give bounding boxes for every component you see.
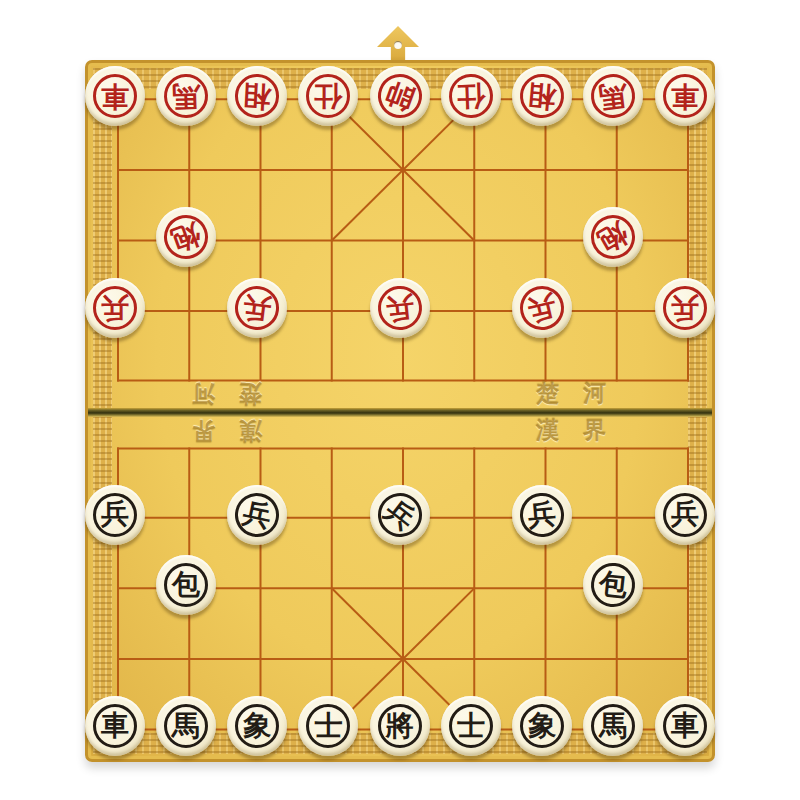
piece-glyph: 炮 <box>168 220 204 256</box>
piece-glyph: 將 <box>386 712 414 740</box>
piece-red-cannon[interactable]: 炮 <box>150 202 221 273</box>
piece-red-soldier[interactable]: 兵 <box>222 273 293 344</box>
piece-glyph: 士 <box>314 712 342 740</box>
piece-red-advisor[interactable]: 仕 <box>435 61 506 132</box>
piece-black-soldier[interactable]: 兵 <box>507 479 578 550</box>
piece-glyph: 馬 <box>172 712 200 740</box>
piece-glyph: 兵 <box>671 295 699 323</box>
piece-glyph: 兵 <box>380 495 419 534</box>
piece-glyph: 兵 <box>527 499 557 529</box>
piece-red-chariot[interactable]: 車 <box>79 61 150 132</box>
piece-red-horse[interactable]: 馬 <box>578 61 649 132</box>
piece-grid: 車馬相仕帥仕相馬車炮炮兵兵兵兵兵兵兵兵兵兵包包車馬象士將士象馬車 <box>79 61 721 762</box>
piece-red-soldier[interactable]: 兵 <box>79 273 150 344</box>
piece-red-chariot[interactable]: 車 <box>649 61 720 132</box>
piece-black-horse[interactable]: 馬 <box>150 691 221 762</box>
piece-glyph: 兵 <box>241 498 274 531</box>
piece-red-soldier[interactable]: 兵 <box>364 273 435 344</box>
piece-glyph: 馬 <box>598 81 629 112</box>
piece-black-advisor[interactable]: 士 <box>435 691 506 762</box>
piece-red-elephant[interactable]: 相 <box>222 61 293 132</box>
piece-glyph: 兵 <box>101 295 129 323</box>
piece-glyph: 馬 <box>171 82 200 111</box>
piece-black-general[interactable]: 將 <box>364 691 435 762</box>
piece-glyph: 象 <box>528 712 556 740</box>
piece-glyph: 象 <box>243 712 271 740</box>
piece-glyph: 兵 <box>671 500 699 528</box>
piece-glyph: 包 <box>172 571 200 599</box>
piece-red-cannon[interactable]: 炮 <box>578 202 649 273</box>
piece-glyph: 相 <box>242 82 271 111</box>
piece-glyph: 帥 <box>382 79 418 115</box>
piece-red-horse[interactable]: 馬 <box>150 61 221 132</box>
piece-glyph: 車 <box>101 83 129 111</box>
piece-black-soldier[interactable]: 兵 <box>364 479 435 550</box>
piece-black-cannon[interactable]: 包 <box>150 550 221 621</box>
piece-glyph: 車 <box>671 712 699 740</box>
piece-red-general[interactable]: 帥 <box>364 61 435 132</box>
piece-black-soldier[interactable]: 兵 <box>79 479 150 550</box>
piece-red-soldier[interactable]: 兵 <box>649 273 720 344</box>
piece-glyph: 車 <box>101 712 129 740</box>
piece-black-cannon[interactable]: 包 <box>578 550 649 621</box>
piece-glyph: 兵 <box>101 500 129 528</box>
piece-glyph: 兵 <box>384 293 415 324</box>
piece-black-advisor[interactable]: 士 <box>293 691 364 762</box>
piece-glyph: 士 <box>457 712 485 740</box>
piece-red-advisor[interactable]: 仕 <box>293 61 364 132</box>
piece-glyph: 車 <box>671 83 699 111</box>
piece-black-soldier[interactable]: 兵 <box>222 479 293 550</box>
piece-red-elephant[interactable]: 相 <box>507 61 578 132</box>
piece-glyph: 兵 <box>241 293 272 324</box>
product-photo: 楚河 漢界 楚河 漢界 車馬相仕帥仕相馬車炮炮兵兵兵兵兵兵兵兵兵兵包包車馬象士將… <box>0 0 800 800</box>
piece-glyph: 仕 <box>314 83 342 111</box>
piece-black-soldier[interactable]: 兵 <box>649 479 720 550</box>
piece-black-elephant[interactable]: 象 <box>507 691 578 762</box>
clasp-hole-icon <box>394 41 402 49</box>
piece-black-horse[interactable]: 馬 <box>578 691 649 762</box>
piece-glyph: 炮 <box>595 219 633 257</box>
piece-black-chariot[interactable]: 車 <box>79 691 150 762</box>
piece-glyph: 兵 <box>525 292 559 326</box>
piece-glyph: 包 <box>598 569 629 600</box>
piece-black-elephant[interactable]: 象 <box>222 691 293 762</box>
piece-glyph: 相 <box>527 82 557 112</box>
piece-glyph: 馬 <box>599 712 627 740</box>
piece-black-chariot[interactable]: 車 <box>649 691 720 762</box>
piece-glyph: 仕 <box>456 82 485 111</box>
piece-red-soldier[interactable]: 兵 <box>507 273 578 344</box>
